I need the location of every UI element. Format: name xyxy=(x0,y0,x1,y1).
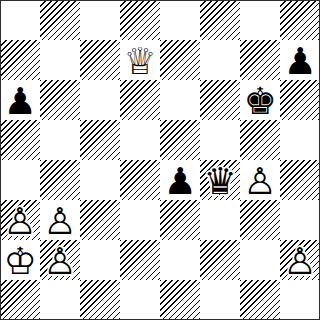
square-a3[interactable]: ♟♙ xyxy=(0,200,40,240)
square-g1[interactable] xyxy=(240,280,280,320)
square-g6[interactable]: ♚ xyxy=(240,80,280,120)
square-b6[interactable] xyxy=(40,80,80,120)
square-c5[interactable] xyxy=(80,120,120,160)
square-f6[interactable] xyxy=(200,80,240,120)
white-queen-outline: ♕ xyxy=(120,41,160,80)
square-a7[interactable] xyxy=(0,40,40,80)
square-b5[interactable] xyxy=(40,120,80,160)
square-d6[interactable] xyxy=(120,80,160,120)
square-e3[interactable] xyxy=(160,200,200,240)
white-pawn-outline: ♙ xyxy=(280,241,320,280)
square-a8[interactable] xyxy=(0,0,40,40)
square-b1[interactable] xyxy=(40,280,80,320)
square-d4[interactable] xyxy=(120,160,160,200)
piece-white-pawn-g4[interactable]: ♟♙ xyxy=(240,160,280,200)
black-pawn-glyph: ♟ xyxy=(0,81,40,120)
square-d1[interactable] xyxy=(120,280,160,320)
black-pawn-glyph: ♟ xyxy=(160,161,200,200)
square-f8[interactable] xyxy=(200,0,240,40)
square-h7[interactable]: ♟ xyxy=(280,40,320,80)
square-c2[interactable] xyxy=(80,240,120,280)
square-b4[interactable] xyxy=(40,160,80,200)
square-e5[interactable] xyxy=(160,120,200,160)
square-f5[interactable] xyxy=(200,120,240,160)
chess-board: ♛♕♟♟♚♟♛♟♙♟♙♟♙♚♔♟♙♟♙ xyxy=(0,0,320,320)
piece-black-pawn-a6[interactable]: ♟ xyxy=(0,80,40,120)
square-c7[interactable] xyxy=(80,40,120,80)
piece-black-king-g6[interactable]: ♚ xyxy=(240,80,280,120)
square-b8[interactable] xyxy=(40,0,80,40)
square-h1[interactable] xyxy=(280,280,320,320)
square-e1[interactable] xyxy=(160,280,200,320)
square-f3[interactable] xyxy=(200,200,240,240)
square-b3[interactable]: ♟♙ xyxy=(40,200,80,240)
square-f1[interactable] xyxy=(200,280,240,320)
piece-black-queen-f4[interactable]: ♛ xyxy=(200,160,240,200)
square-g7[interactable] xyxy=(240,40,280,80)
square-f7[interactable] xyxy=(200,40,240,80)
white-pawn-outline: ♙ xyxy=(40,201,80,240)
square-h5[interactable] xyxy=(280,120,320,160)
square-h8[interactable] xyxy=(280,0,320,40)
white-pawn-outline: ♙ xyxy=(240,161,280,200)
square-e7[interactable] xyxy=(160,40,200,80)
white-king-outline: ♔ xyxy=(0,241,40,280)
square-d5[interactable] xyxy=(120,120,160,160)
square-c6[interactable] xyxy=(80,80,120,120)
square-g3[interactable] xyxy=(240,200,280,240)
square-h6[interactable] xyxy=(280,80,320,120)
square-a6[interactable]: ♟ xyxy=(0,80,40,120)
piece-white-pawn-h2[interactable]: ♟♙ xyxy=(280,240,320,280)
square-a2[interactable]: ♚♔ xyxy=(0,240,40,280)
chess-diagram: ♛♕♟♟♚♟♛♟♙♟♙♟♙♚♔♟♙♟♙ xyxy=(0,0,320,320)
square-e2[interactable] xyxy=(160,240,200,280)
square-a5[interactable] xyxy=(0,120,40,160)
square-c3[interactable] xyxy=(80,200,120,240)
square-a4[interactable] xyxy=(0,160,40,200)
square-g8[interactable] xyxy=(240,0,280,40)
square-e6[interactable] xyxy=(160,80,200,120)
square-g2[interactable] xyxy=(240,240,280,280)
square-a1[interactable] xyxy=(0,280,40,320)
white-pawn-outline: ♙ xyxy=(0,201,40,240)
white-pawn-outline: ♙ xyxy=(40,241,80,280)
square-h4[interactable] xyxy=(280,160,320,200)
piece-white-queen-d7[interactable]: ♛♕ xyxy=(120,40,160,80)
square-d8[interactable] xyxy=(120,0,160,40)
black-queen-glyph: ♛ xyxy=(200,161,240,200)
square-c4[interactable] xyxy=(80,160,120,200)
square-h2[interactable]: ♟♙ xyxy=(280,240,320,280)
square-c1[interactable] xyxy=(80,280,120,320)
square-d3[interactable] xyxy=(120,200,160,240)
square-g5[interactable] xyxy=(240,120,280,160)
square-d2[interactable] xyxy=(120,240,160,280)
black-king-glyph: ♚ xyxy=(240,81,280,120)
square-e4[interactable]: ♟ xyxy=(160,160,200,200)
square-d7[interactable]: ♛♕ xyxy=(120,40,160,80)
square-c8[interactable] xyxy=(80,0,120,40)
square-b7[interactable] xyxy=(40,40,80,80)
square-h3[interactable] xyxy=(280,200,320,240)
square-g4[interactable]: ♟♙ xyxy=(240,160,280,200)
piece-white-pawn-b3[interactable]: ♟♙ xyxy=(40,200,80,240)
piece-black-pawn-e4[interactable]: ♟ xyxy=(160,160,200,200)
piece-white-pawn-a3[interactable]: ♟♙ xyxy=(0,200,40,240)
square-f2[interactable] xyxy=(200,240,240,280)
square-b2[interactable]: ♟♙ xyxy=(40,240,80,280)
piece-black-pawn-h7[interactable]: ♟ xyxy=(280,40,320,80)
piece-white-pawn-b2[interactable]: ♟♙ xyxy=(40,240,80,280)
piece-white-king-a2[interactable]: ♚♔ xyxy=(0,240,40,280)
black-pawn-glyph: ♟ xyxy=(280,41,320,80)
square-e8[interactable] xyxy=(160,0,200,40)
square-f4[interactable]: ♛ xyxy=(200,160,240,200)
